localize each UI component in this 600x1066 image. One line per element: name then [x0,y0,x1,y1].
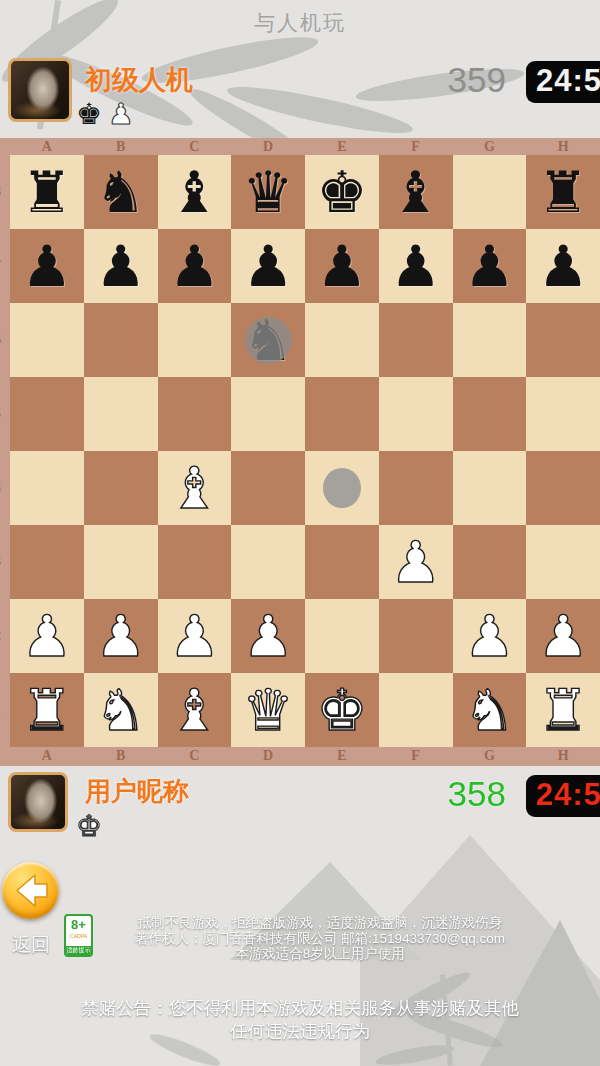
white-knight-b1[interactable]: ♞ [84,673,158,747]
square-b8[interactable]: ♞ [84,155,158,229]
square-f1[interactable] [379,673,453,747]
square-c2[interactable]: ♟ [158,599,232,673]
square-g6[interactable] [453,303,527,377]
square-a3[interactable] [10,525,84,599]
chess-board: ABCDEFGH 87654321 ♜♞♝♛♚♝♜♟♟♟♟♟♟♟♟♞♝♟♟♟♟♟… [0,138,600,766]
file-label-a: A [10,747,84,766]
square-g7[interactable]: ♟ [453,229,527,303]
white-pawn-a2[interactable]: ♟ [10,599,84,673]
square-a2[interactable]: ♟ [10,599,84,673]
white-queen-d1[interactable]: ♛ [231,673,305,747]
file-label-g: G [453,747,527,766]
square-g4[interactable] [453,451,527,525]
square-e3[interactable] [305,525,379,599]
gambling-line-1: 禁赌公告：您不得利用本游戏及相关服务从事涉赌及其他 [0,997,600,1020]
square-a6[interactable] [10,303,84,377]
square-h8[interactable]: ♜ [526,155,600,229]
user-panel: 用户昵称 ♚ 358 24:5 [0,770,600,856]
black-bishop-f8[interactable]: ♝ [379,155,453,229]
square-d5[interactable] [231,377,305,451]
black-rook-a8[interactable]: ♜ [10,155,84,229]
square-h2[interactable]: ♟ [526,599,600,673]
user-side-pieces: ♚ [76,808,102,844]
square-e2[interactable] [305,599,379,673]
notice-line-2: 著作权人：厦门香香科技有限公司 邮箱:1519433730@qq.com [100,931,540,947]
square-g1[interactable]: ♞ [453,673,527,747]
white-knight-g1[interactable]: ♞ [453,673,527,747]
square-b1[interactable]: ♞ [84,673,158,747]
square-e8[interactable]: ♚ [305,155,379,229]
square-a7[interactable]: ♟ [10,229,84,303]
opponent-score: 359 [448,60,506,100]
board-grid: ♜♞♝♛♚♝♜♟♟♟♟♟♟♟♟♞♝♟♟♟♟♟♟♟♜♞♝♛♚♞♜ [10,155,600,747]
black-pawn-f7[interactable]: ♟ [379,229,453,303]
square-h4[interactable] [526,451,600,525]
white-pawn-b2[interactable]: ♟ [84,599,158,673]
opponent-panel: 初级人机 ♚♟ 359 24:5 [0,56,600,138]
rank-label-2: 2 [0,599,10,673]
opponent-clock: 24:5 [526,61,600,103]
opponent-side-and-captured-pieces: ♚♟ [76,96,134,132]
square-c6[interactable] [158,303,232,377]
square-c1[interactable]: ♝ [158,673,232,747]
black-pawn-h7[interactable]: ♟ [526,229,600,303]
square-h5[interactable] [526,377,600,451]
file-labels-top: ABCDEFGH [10,138,600,155]
anti-gambling-notice: 禁赌公告：您不得利用本游戏及相关服务从事涉赌及其他 任何违法违规行为 [0,997,600,1043]
white-bishop-c1[interactable]: ♝ [158,673,232,747]
black-queen-d8[interactable]: ♛ [231,155,305,229]
square-g5[interactable] [453,377,527,451]
rank-label-5: 5 [0,377,10,451]
file-label-h: H [526,138,600,155]
square-d3[interactable] [231,525,305,599]
square-b7[interactable]: ♟ [84,229,158,303]
square-c5[interactable] [158,377,232,451]
square-h7[interactable]: ♟ [526,229,600,303]
rank-label-6: 6 [0,303,10,377]
square-h3[interactable] [526,525,600,599]
square-d4[interactable] [231,451,305,525]
square-h1[interactable]: ♜ [526,673,600,747]
opponent-avatar [8,58,72,122]
black-bishop-c8[interactable]: ♝ [158,155,232,229]
square-e7[interactable]: ♟ [305,229,379,303]
black-pawn-b7[interactable]: ♟ [84,229,158,303]
rank-label-3: 3 [0,525,10,599]
user-name: 用户昵称 [85,774,189,809]
app-screen: 与人机玩 初级人机 ♚♟ 359 24:5 ABCDEFGH 87654321 … [0,0,600,1066]
file-label-a: A [10,138,84,155]
rank-label-1: 1 [0,673,10,747]
file-label-b: B [84,138,158,155]
black-pawn-c7[interactable]: ♟ [158,229,232,303]
white-rook-h1[interactable]: ♜ [526,673,600,747]
white-pawn-c2[interactable]: ♟ [158,599,232,673]
square-b2[interactable]: ♟ [84,599,158,673]
square-b5[interactable] [84,377,158,451]
black-pawn-a7[interactable]: ♟ [10,229,84,303]
age-rating-org: CADPA [70,933,87,940]
age-rating-label: 适龄提示 [66,946,91,955]
file-labels-bottom: ABCDEFGH [10,747,600,766]
square-f7[interactable]: ♟ [379,229,453,303]
white-pawn-icon: ♟ [108,100,134,129]
file-label-d: D [231,747,305,766]
square-e6[interactable] [305,303,379,377]
notice-line-1: 抵制不良游戏，拒绝盗版游戏，适度游戏益脑，沉迷游戏伤身 [100,915,540,931]
black-pawn-e7[interactable]: ♟ [305,229,379,303]
square-a8[interactable]: ♜ [10,155,84,229]
file-label-d: D [231,138,305,155]
square-g3[interactable] [453,525,527,599]
square-h6[interactable] [526,303,600,377]
white-rook-a1[interactable]: ♜ [10,673,84,747]
white-king-e1[interactable]: ♚ [305,673,379,747]
square-e1[interactable]: ♚ [305,673,379,747]
square-f6[interactable] [379,303,453,377]
file-label-c: C [158,138,232,155]
black-king-icon: ♚ [76,100,102,129]
white-pawn-g2[interactable]: ♟ [453,599,527,673]
file-label-f: F [379,138,453,155]
rank-label-4: 4 [0,451,10,525]
file-label-e: E [305,138,379,155]
user-score: 358 [448,774,506,814]
age-rating-number: 8+ [71,916,86,933]
back-arrow-icon [11,873,50,908]
square-f4[interactable] [379,451,453,525]
black-rook-h8[interactable]: ♜ [526,155,600,229]
page-title: 与人机玩 [0,9,600,37]
square-f3[interactable]: ♟ [379,525,453,599]
white-pawn-h2[interactable]: ♟ [526,599,600,673]
gray-dot-marker-e4 [323,468,361,508]
square-d1[interactable]: ♛ [231,673,305,747]
square-f2[interactable] [379,599,453,673]
square-c7[interactable]: ♟ [158,229,232,303]
opponent-name: 初级人机 [85,62,193,98]
gray-disc-marker-d6 [245,317,292,364]
black-pawn-g7[interactable]: ♟ [453,229,527,303]
file-label-f: F [379,747,453,766]
rank-label-8: 8 [0,155,10,229]
square-b3[interactable] [84,525,158,599]
square-f8[interactable]: ♝ [379,155,453,229]
square-b4[interactable] [84,451,158,525]
square-c8[interactable]: ♝ [158,155,232,229]
file-label-g: G [453,138,527,155]
back-button[interactable] [2,862,59,919]
age-rating-badge: 8+ CADPA 适龄提示 [64,914,93,957]
square-g2[interactable]: ♟ [453,599,527,673]
user-avatar [8,772,68,832]
square-g8[interactable] [453,155,527,229]
back-button-label[interactable]: 返回 [0,932,62,958]
square-a5[interactable] [10,377,84,451]
legal-notice-text: 抵制不良游戏，拒绝盗版游戏，适度游戏益脑，沉迷游戏伤身 著作权人：厦门香香科技有… [100,915,540,962]
black-pawn-d7[interactable]: ♟ [231,229,305,303]
white-pawn-f3[interactable]: ♟ [379,525,453,599]
rank-labels-left: 87654321 [0,155,10,747]
square-c3[interactable] [158,525,232,599]
square-a4[interactable] [10,451,84,525]
square-b6[interactable] [84,303,158,377]
square-e5[interactable] [305,377,379,451]
square-d2[interactable]: ♟ [231,599,305,673]
notice-line-3: 本游戏适合8岁以上用户使用 [100,946,540,962]
white-king-icon: ♚ [76,812,102,841]
file-label-c: C [158,747,232,766]
square-f5[interactable] [379,377,453,451]
file-label-e: E [305,747,379,766]
gambling-line-2: 任何违法违规行为 [0,1020,600,1043]
file-label-h: H [526,747,600,766]
square-c4[interactable]: ♝ [158,451,232,525]
rank-label-7: 7 [0,229,10,303]
user-clock: 24:5 [526,775,600,817]
square-a1[interactable]: ♜ [10,673,84,747]
black-king-e8[interactable]: ♚ [305,155,379,229]
square-d8[interactable]: ♛ [231,155,305,229]
white-bishop-c4[interactable]: ♝ [158,451,232,525]
square-d7[interactable]: ♟ [231,229,305,303]
file-label-b: B [84,747,158,766]
white-pawn-d2[interactable]: ♟ [231,599,305,673]
black-knight-b8[interactable]: ♞ [84,155,158,229]
